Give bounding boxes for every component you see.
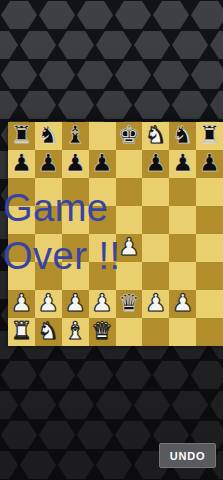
- square-b1[interactable]: ♞: [35, 318, 62, 346]
- square-h7[interactable]: ♟: [196, 150, 223, 178]
- square-h4[interactable]: [196, 234, 223, 262]
- black-rook: ♜: [11, 123, 33, 147]
- black-king: ♚: [118, 123, 140, 147]
- black-pawn: ♟: [199, 151, 221, 175]
- white-pawn: ♟: [172, 291, 194, 315]
- black-knight: ♞: [38, 123, 60, 147]
- square-d1[interactable]: ♛: [89, 318, 116, 346]
- square-h3[interactable]: [196, 262, 223, 290]
- square-a8[interactable]: ♜: [8, 122, 35, 150]
- square-b8[interactable]: ♞: [35, 122, 62, 150]
- black-bishop: ♝: [64, 123, 86, 147]
- square-c2[interactable]: ♟: [62, 290, 89, 318]
- white-bishop: ♝: [64, 319, 86, 343]
- square-a1[interactable]: ♜: [8, 318, 35, 346]
- black-rook: ♜: [199, 123, 221, 147]
- square-g8[interactable]: ♞: [169, 122, 196, 150]
- white-pawn: ♟: [64, 291, 86, 315]
- black-pawn: ♟: [172, 151, 194, 175]
- black-pawn: ♟: [91, 151, 113, 175]
- square-e8[interactable]: ♚: [116, 122, 143, 150]
- black-pawn: ♟: [145, 151, 167, 175]
- undo-button[interactable]: UNDO: [159, 443, 216, 468]
- white-knight: ♞: [145, 123, 167, 147]
- square-f6[interactable]: [142, 178, 169, 206]
- square-h1[interactable]: [196, 318, 223, 346]
- square-g2[interactable]: ♟: [169, 290, 196, 318]
- square-f5[interactable]: [142, 206, 169, 234]
- square-g1[interactable]: [169, 318, 196, 346]
- square-e7[interactable]: [116, 150, 143, 178]
- square-b7[interactable]: ♟: [35, 150, 62, 178]
- black-pawn: ♟: [11, 151, 33, 175]
- square-e1[interactable]: [116, 318, 143, 346]
- square-h5[interactable]: [196, 206, 223, 234]
- game-over-line1: Game: [3, 187, 108, 229]
- black-knight: ♞: [172, 123, 194, 147]
- square-c8[interactable]: ♝: [62, 122, 89, 150]
- square-d8[interactable]: [89, 122, 116, 150]
- square-f7[interactable]: ♟: [142, 150, 169, 178]
- square-h8[interactable]: ♜: [196, 122, 223, 150]
- white-pawn: ♟: [38, 291, 60, 315]
- square-f2[interactable]: ♟: [142, 290, 169, 318]
- white-knight: ♞: [38, 319, 60, 343]
- black-pawn: ♟: [38, 151, 60, 175]
- square-f8[interactable]: ♞: [142, 122, 169, 150]
- square-f1[interactable]: [142, 318, 169, 346]
- game-over-text: GameOver !!: [3, 184, 121, 280]
- square-g6[interactable]: [169, 178, 196, 206]
- square-b2[interactable]: ♟: [35, 290, 62, 318]
- black-pawn: ♟: [64, 151, 86, 175]
- square-d2[interactable]: ♟: [89, 290, 116, 318]
- white-rook: ♜: [11, 319, 33, 343]
- white-pawn: ♟: [11, 291, 33, 315]
- white-queen: ♛: [91, 319, 113, 343]
- white-pawn: ♟: [145, 291, 167, 315]
- square-c1[interactable]: ♝: [62, 318, 89, 346]
- square-f4[interactable]: [142, 234, 169, 262]
- black-queen: ♛: [118, 291, 140, 315]
- square-h6[interactable]: [196, 178, 223, 206]
- square-f3[interactable]: [142, 262, 169, 290]
- square-g5[interactable]: [169, 206, 196, 234]
- square-a2[interactable]: ♟: [8, 290, 35, 318]
- square-d7[interactable]: ♟: [89, 150, 116, 178]
- square-g4[interactable]: [169, 234, 196, 262]
- square-h2[interactable]: [196, 290, 223, 318]
- square-a7[interactable]: ♟: [8, 150, 35, 178]
- white-pawn: ♟: [91, 291, 113, 315]
- square-g7[interactable]: ♟: [169, 150, 196, 178]
- square-g3[interactable]: [169, 262, 196, 290]
- square-c7[interactable]: ♟: [62, 150, 89, 178]
- square-e2[interactable]: ♛: [116, 290, 143, 318]
- white-pawn: ♟: [118, 235, 140, 259]
- game-over-line2: Over !!: [3, 235, 121, 277]
